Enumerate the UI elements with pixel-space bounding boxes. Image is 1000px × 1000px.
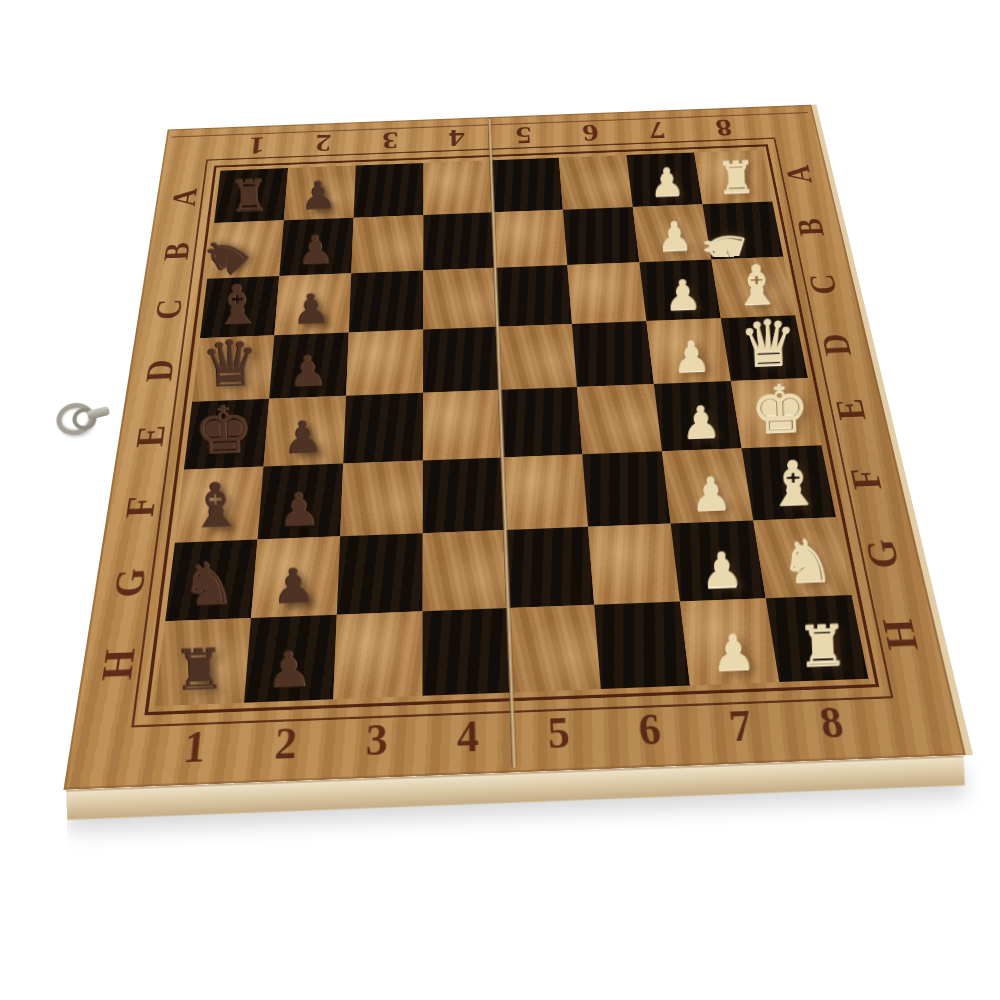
rank-label-bottom-5: 5 <box>512 703 606 763</box>
clasp-hook[interactable] <box>51 388 116 446</box>
dark-bishop-f1[interactable]: ♝ <box>187 474 244 537</box>
file-label-right-G: G <box>836 531 930 577</box>
dark-pawn-h2[interactable]: ♟ <box>265 645 311 696</box>
dark-pawn-a2[interactable]: ♟ <box>300 176 336 216</box>
dark-pawn-e2[interactable]: ♟ <box>282 415 324 461</box>
dark-pawn-f2[interactable]: ♟ <box>277 486 320 534</box>
photo-background: 12345678 12345678 ABCDEFGH ABCDEFGH ♜♟♟♜… <box>0 0 1000 1000</box>
file-label-right-H: H <box>851 610 949 659</box>
file-label-right-D: D <box>795 326 878 363</box>
dark-king-e1[interactable]: ♚ <box>192 396 254 464</box>
light-pawn-e7[interactable]: ♟ <box>680 400 722 446</box>
rank-label-top-8: 8 <box>688 113 760 143</box>
rank-label-top-6: 6 <box>556 118 626 149</box>
rank-label-bottom-7: 7 <box>692 696 791 756</box>
light-rook-h8[interactable]: ♜ <box>795 617 848 676</box>
file-label-left-H: H <box>70 640 164 690</box>
file-label-right-B: B <box>772 211 850 244</box>
light-queen-d8[interactable]: ♛ <box>738 310 798 376</box>
light-knight-g8[interactable]: ♞ <box>778 530 834 592</box>
light-pawn-d7[interactable]: ♟ <box>671 335 711 379</box>
rank-label-top-5: 5 <box>490 120 558 151</box>
dark-rook-a1[interactable]: ♜ <box>228 173 269 219</box>
light-pawn-g7[interactable]: ♟ <box>699 546 744 595</box>
light-pawn-h7[interactable]: ♟ <box>710 628 756 679</box>
rank-label-bottom-3: 3 <box>330 709 422 769</box>
file-label-right-E: E <box>807 390 893 430</box>
dark-rook-h1[interactable]: ♜ <box>172 641 225 700</box>
file-label-left-G: G <box>84 560 174 606</box>
light-rook-a8[interactable]: ♜ <box>715 154 756 200</box>
light-pawn-c7[interactable]: ♟ <box>663 273 702 316</box>
rank-label-top-3: 3 <box>356 125 423 156</box>
rank-label-bottom-6: 6 <box>602 699 699 759</box>
dark-pawn-c2[interactable]: ♟ <box>292 288 331 331</box>
light-king-e8[interactable]: ♚ <box>749 375 811 443</box>
dark-pawn-b2[interactable]: ♟ <box>296 230 334 272</box>
file-label-left-D: D <box>119 352 200 390</box>
rank-label-top-1: 1 <box>222 131 292 162</box>
file-label-left-C: C <box>129 292 207 327</box>
file-label-left-F: F <box>97 486 184 529</box>
rank-label-bottom-4: 4 <box>422 706 514 766</box>
dark-knight-g1[interactable]: ♞ <box>179 553 235 615</box>
dark-queen-d1[interactable]: ♛ <box>200 331 260 397</box>
light-pawn-a7[interactable]: ♟ <box>648 163 684 203</box>
file-label-left-A: A <box>148 182 221 213</box>
light-bishop-f8[interactable]: ♝ <box>764 452 821 515</box>
dark-pawn-g2[interactable]: ♟ <box>271 562 316 611</box>
dark-pawn-d2[interactable]: ♟ <box>287 349 327 393</box>
rank-label-top-4: 4 <box>423 123 490 154</box>
board-scene: 12345678 12345678 ABCDEFGH ABCDEFGH ♜♟♟♜… <box>110 0 890 780</box>
file-label-right-A: A <box>761 159 836 190</box>
file-label-left-E: E <box>108 416 192 456</box>
rank-label-bottom-2: 2 <box>238 713 332 773</box>
chess-board: 12345678 12345678 ABCDEFGH ABCDEFGH ♜♟♟♜… <box>63 105 966 790</box>
rank-label-top-2: 2 <box>289 128 358 159</box>
light-pawn-f7[interactable]: ♟ <box>689 470 732 518</box>
light-pawn-b7[interactable]: ♟ <box>655 216 693 258</box>
rank-label-bottom-8: 8 <box>781 692 882 752</box>
rank-label-bottom-1: 1 <box>146 716 243 777</box>
file-label-right-C: C <box>783 267 863 302</box>
file-label-right-F: F <box>821 458 911 500</box>
rank-label-top-7: 7 <box>622 115 693 145</box>
